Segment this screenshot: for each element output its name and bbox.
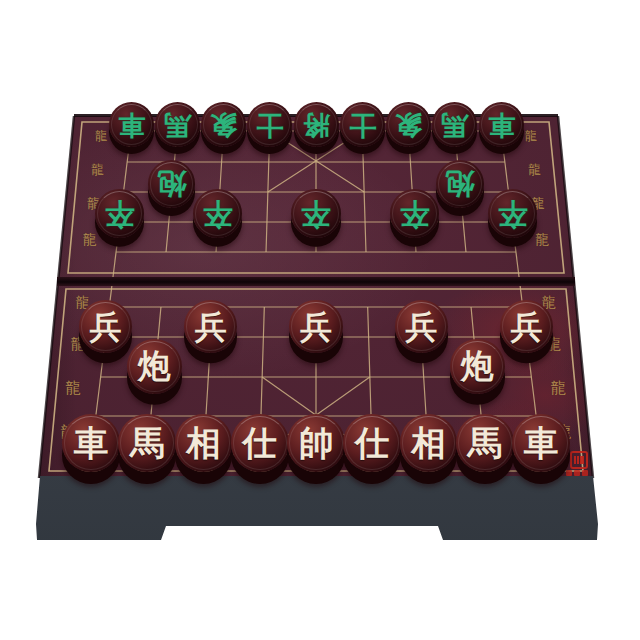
dragon-motif-icon: 龍 <box>91 164 104 177</box>
piece-black-soldier[interactable]: 卒 <box>291 189 340 238</box>
piece-red-soldier[interactable]: 兵 <box>500 300 553 353</box>
piece-glyph: 兵 <box>500 300 553 353</box>
piece-red-advisor[interactable]: 仕 <box>231 414 289 472</box>
piece-glyph: 馬 <box>118 414 176 472</box>
dragon-motif-icon: 龍 <box>551 380 566 395</box>
piece-glyph: 兵 <box>289 300 342 353</box>
piece-glyph: 卒 <box>291 189 340 238</box>
piece-glyph: 卒 <box>95 189 144 238</box>
piece-black-horse[interactable]: 馬 <box>432 102 477 147</box>
piece-glyph: 卒 <box>193 189 242 238</box>
piece-glyph: 帥 <box>287 414 345 472</box>
piece-black-elephant[interactable]: 象 <box>201 102 246 147</box>
piece-red-soldier[interactable]: 兵 <box>79 300 132 353</box>
piece-glyph: 卒 <box>488 189 537 238</box>
piece-red-horse[interactable]: 馬 <box>118 414 176 472</box>
xiangqi-set-photo: 龍龍龍龍龍龍龍龍龍龍龍龍龍龍龍龍 車馬象士將士象馬車炮炮卒卒卒卒卒兵兵兵兵兵炮炮… <box>0 0 640 640</box>
piece-black-general[interactable]: 將 <box>294 102 339 147</box>
piece-red-horse[interactable]: 馬 <box>456 414 514 472</box>
piece-black-soldier[interactable]: 卒 <box>488 189 537 238</box>
dragon-motif-icon: 龍 <box>95 130 107 142</box>
piece-red-advisor[interactable]: 仕 <box>343 414 401 472</box>
piece-black-horse[interactable]: 馬 <box>155 102 200 147</box>
piece-glyph: 相 <box>400 414 458 472</box>
piece-black-cannon[interactable]: 炮 <box>148 160 196 208</box>
dragon-motif-icon: 龍 <box>525 130 537 142</box>
piece-glyph: 象 <box>386 102 431 147</box>
piece-glyph: 馬 <box>456 414 514 472</box>
piece-glyph: 炮 <box>436 160 484 208</box>
piece-red-soldier[interactable]: 兵 <box>289 300 342 353</box>
piece-black-advisor[interactable]: 士 <box>340 102 385 147</box>
piece-glyph: 馬 <box>432 102 477 147</box>
piece-black-advisor[interactable]: 士 <box>247 102 292 147</box>
piece-glyph: 車 <box>512 414 570 472</box>
piece-red-elephant[interactable]: 相 <box>400 414 458 472</box>
piece-red-cannon[interactable]: 炮 <box>450 339 505 394</box>
piece-glyph: 車 <box>479 102 524 147</box>
piece-black-elephant[interactable]: 象 <box>386 102 431 147</box>
piece-glyph: 士 <box>340 102 385 147</box>
piece-glyph: 車 <box>62 414 120 472</box>
piece-glyph: 兵 <box>79 300 132 353</box>
piece-glyph: 仕 <box>231 414 289 472</box>
piece-red-general[interactable]: 帥 <box>287 414 345 472</box>
dragon-motif-icon: 龍 <box>535 233 548 246</box>
piece-black-cannon[interactable]: 炮 <box>436 160 484 208</box>
piece-red-chariot[interactable]: 車 <box>62 414 120 472</box>
piece-glyph: 兵 <box>184 300 237 353</box>
piece-glyph: 將 <box>294 102 339 147</box>
piece-black-soldier[interactable]: 卒 <box>390 189 439 238</box>
piece-glyph: 仕 <box>343 414 401 472</box>
piece-glyph: 車 <box>109 102 154 147</box>
piece-glyph: 象 <box>201 102 246 147</box>
piece-black-chariot[interactable]: 車 <box>109 102 154 147</box>
piece-glyph: 炮 <box>450 339 505 394</box>
piece-glyph: 相 <box>175 414 233 472</box>
piece-glyph: 馬 <box>155 102 200 147</box>
piece-red-soldier[interactable]: 兵 <box>184 300 237 353</box>
maker-seal-icon <box>570 451 588 469</box>
piece-black-soldier[interactable]: 卒 <box>95 189 144 238</box>
piece-red-cannon[interactable]: 炮 <box>127 339 182 394</box>
dragon-motif-icon: 龍 <box>66 380 81 395</box>
board-fold-seam <box>57 277 575 286</box>
piece-glyph: 兵 <box>395 300 448 353</box>
piece-red-chariot[interactable]: 車 <box>512 414 570 472</box>
piece-glyph: 炮 <box>148 160 196 208</box>
piece-glyph: 卒 <box>390 189 439 238</box>
piece-red-soldier[interactable]: 兵 <box>395 300 448 353</box>
piece-glyph: 炮 <box>127 339 182 394</box>
piece-glyph: 士 <box>247 102 292 147</box>
dragon-motif-icon: 龍 <box>528 164 541 177</box>
piece-black-soldier[interactable]: 卒 <box>193 189 242 238</box>
piece-black-chariot[interactable]: 車 <box>479 102 524 147</box>
piece-red-elephant[interactable]: 相 <box>175 414 233 472</box>
